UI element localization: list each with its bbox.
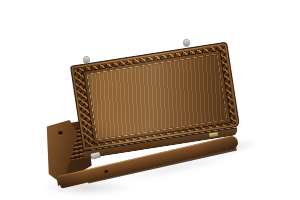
photo-background bbox=[0, 0, 300, 200]
wood-knot bbox=[104, 170, 109, 174]
hinge-icon-left bbox=[84, 57, 89, 63]
hinge-icon-right bbox=[184, 40, 189, 46]
front-clasp-icon bbox=[91, 152, 101, 159]
side-latch-icon bbox=[209, 132, 218, 137]
latch-pin-hole bbox=[58, 131, 63, 135]
